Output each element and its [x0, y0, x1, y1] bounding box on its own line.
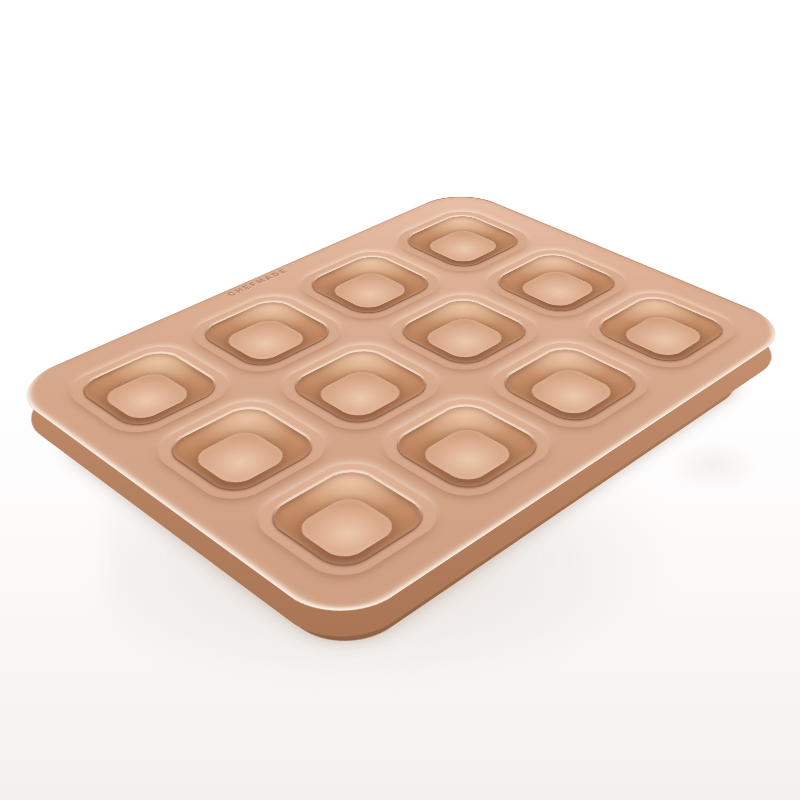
cavity-well	[304, 253, 437, 318]
background-smudge	[668, 440, 758, 486]
cavity-well	[495, 344, 645, 426]
studio-background: CHEFMADE	[0, 0, 800, 800]
cavity-well	[394, 296, 535, 368]
cavity-well	[261, 465, 433, 573]
cavity-well	[386, 400, 546, 493]
cavity-well	[490, 251, 623, 315]
cavity-well	[285, 346, 435, 428]
cavity-well	[400, 213, 526, 271]
cavity-well	[590, 294, 731, 366]
